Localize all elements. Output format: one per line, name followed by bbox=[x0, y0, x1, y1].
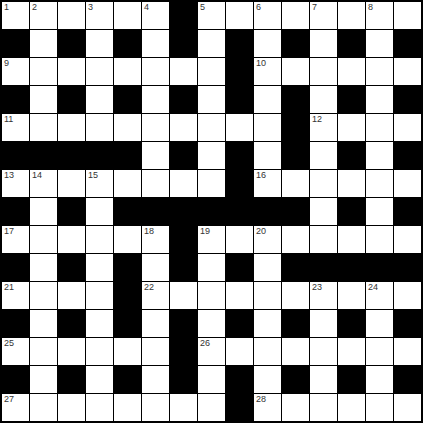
black-cell bbox=[170, 2, 197, 29]
white-cell[interactable] bbox=[310, 58, 337, 85]
black-cell bbox=[2, 254, 29, 281]
clue-number: 16 bbox=[256, 170, 266, 181]
clue-number: 21 bbox=[4, 282, 14, 293]
white-cell[interactable]: 10 bbox=[254, 58, 281, 85]
white-cell[interactable] bbox=[114, 58, 141, 85]
white-cell[interactable] bbox=[86, 58, 113, 85]
black-cell bbox=[58, 86, 85, 113]
crossword-grid: 1234567891011121314151617181920212223242… bbox=[2, 2, 421, 421]
white-cell[interactable]: 28 bbox=[254, 394, 281, 421]
clue-number: 22 bbox=[144, 282, 154, 293]
white-cell[interactable] bbox=[394, 58, 421, 85]
white-cell[interactable] bbox=[86, 114, 113, 141]
white-cell[interactable] bbox=[282, 2, 309, 29]
white-cell[interactable] bbox=[310, 338, 337, 365]
black-cell bbox=[2, 310, 29, 337]
white-cell[interactable] bbox=[394, 170, 421, 197]
white-cell[interactable] bbox=[142, 254, 169, 281]
white-cell[interactable] bbox=[58, 282, 85, 309]
white-cell[interactable] bbox=[254, 310, 281, 337]
clue-number: 5 bbox=[200, 2, 205, 13]
black-cell bbox=[226, 366, 253, 393]
clue-number: 26 bbox=[200, 338, 210, 349]
white-cell[interactable] bbox=[394, 394, 421, 421]
white-cell[interactable] bbox=[310, 394, 337, 421]
clue-number: 24 bbox=[368, 282, 378, 293]
black-cell bbox=[338, 198, 365, 225]
white-cell[interactable] bbox=[142, 394, 169, 421]
black-cell bbox=[58, 30, 85, 57]
white-cell[interactable] bbox=[366, 86, 393, 113]
clue-number: 18 bbox=[144, 226, 154, 237]
clue-number: 4 bbox=[144, 2, 149, 13]
black-cell bbox=[170, 366, 197, 393]
white-cell[interactable] bbox=[114, 226, 141, 253]
white-cell[interactable] bbox=[366, 170, 393, 197]
white-cell[interactable] bbox=[30, 226, 57, 253]
white-cell[interactable] bbox=[30, 310, 57, 337]
white-cell[interactable] bbox=[170, 114, 197, 141]
white-cell[interactable] bbox=[198, 366, 225, 393]
clue-number: 9 bbox=[4, 58, 9, 69]
white-cell[interactable] bbox=[282, 170, 309, 197]
clue-number: 12 bbox=[312, 114, 322, 125]
white-cell[interactable] bbox=[86, 338, 113, 365]
white-cell[interactable]: 15 bbox=[86, 170, 113, 197]
black-cell bbox=[114, 310, 141, 337]
white-cell[interactable] bbox=[114, 170, 141, 197]
white-cell[interactable]: 24 bbox=[366, 282, 393, 309]
black-cell bbox=[338, 366, 365, 393]
white-cell[interactable] bbox=[142, 170, 169, 197]
white-cell[interactable] bbox=[254, 86, 281, 113]
white-cell[interactable] bbox=[338, 338, 365, 365]
black-cell bbox=[226, 310, 253, 337]
black-cell bbox=[310, 254, 337, 281]
white-cell[interactable] bbox=[366, 198, 393, 225]
black-cell bbox=[58, 142, 85, 169]
white-cell[interactable] bbox=[366, 394, 393, 421]
white-cell[interactable] bbox=[226, 114, 253, 141]
black-cell bbox=[2, 198, 29, 225]
black-cell bbox=[170, 142, 197, 169]
white-cell[interactable] bbox=[30, 198, 57, 225]
white-cell[interactable] bbox=[170, 170, 197, 197]
white-cell[interactable]: 27 bbox=[2, 394, 29, 421]
black-cell bbox=[282, 114, 309, 141]
clue-number: 28 bbox=[256, 394, 266, 405]
white-cell[interactable]: 3 bbox=[86, 2, 113, 29]
white-cell[interactable] bbox=[58, 170, 85, 197]
black-cell bbox=[338, 310, 365, 337]
black-cell bbox=[2, 366, 29, 393]
white-cell[interactable] bbox=[58, 226, 85, 253]
white-cell[interactable]: 12 bbox=[310, 114, 337, 141]
white-cell[interactable]: 11 bbox=[2, 114, 29, 141]
black-cell bbox=[394, 198, 421, 225]
black-cell bbox=[170, 30, 197, 57]
black-cell bbox=[394, 310, 421, 337]
white-cell[interactable] bbox=[338, 282, 365, 309]
clue-number: 10 bbox=[256, 58, 266, 69]
white-cell[interactable] bbox=[30, 366, 57, 393]
black-cell bbox=[114, 282, 141, 309]
black-cell bbox=[170, 86, 197, 113]
white-cell[interactable] bbox=[282, 338, 309, 365]
white-cell[interactable] bbox=[142, 338, 169, 365]
white-cell[interactable] bbox=[142, 58, 169, 85]
clue-number: 3 bbox=[88, 2, 93, 13]
white-cell[interactable] bbox=[30, 58, 57, 85]
black-cell bbox=[282, 30, 309, 57]
clue-number: 6 bbox=[256, 2, 261, 13]
white-cell[interactable] bbox=[338, 58, 365, 85]
white-cell[interactable] bbox=[254, 282, 281, 309]
white-cell[interactable]: 19 bbox=[198, 226, 225, 253]
white-cell[interactable] bbox=[226, 226, 253, 253]
black-cell bbox=[114, 142, 141, 169]
clue-number: 25 bbox=[4, 338, 14, 349]
black-cell bbox=[2, 86, 29, 113]
black-cell bbox=[114, 30, 141, 57]
black-cell bbox=[394, 142, 421, 169]
white-cell[interactable] bbox=[58, 58, 85, 85]
white-cell[interactable] bbox=[86, 86, 113, 113]
white-cell[interactable] bbox=[142, 142, 169, 169]
white-cell[interactable] bbox=[142, 30, 169, 57]
white-cell[interactable] bbox=[30, 282, 57, 309]
white-cell[interactable]: 14 bbox=[30, 170, 57, 197]
white-cell[interactable]: 2 bbox=[30, 2, 57, 29]
black-cell bbox=[366, 254, 393, 281]
black-cell bbox=[170, 254, 197, 281]
black-cell bbox=[226, 58, 253, 85]
white-cell[interactable] bbox=[198, 114, 225, 141]
white-cell[interactable] bbox=[282, 394, 309, 421]
black-cell bbox=[282, 142, 309, 169]
black-cell bbox=[282, 366, 309, 393]
white-cell[interactable]: 6 bbox=[254, 2, 281, 29]
black-cell bbox=[2, 30, 29, 57]
white-cell[interactable] bbox=[170, 58, 197, 85]
clue-number: 11 bbox=[4, 114, 13, 125]
white-cell[interactable]: 18 bbox=[142, 226, 169, 253]
white-cell[interactable] bbox=[366, 310, 393, 337]
black-cell bbox=[394, 30, 421, 57]
white-cell[interactable]: 8 bbox=[366, 2, 393, 29]
black-cell bbox=[394, 86, 421, 113]
white-cell[interactable] bbox=[254, 142, 281, 169]
black-cell bbox=[142, 198, 169, 225]
white-cell[interactable] bbox=[114, 394, 141, 421]
white-cell[interactable] bbox=[366, 58, 393, 85]
black-cell bbox=[114, 86, 141, 113]
black-cell bbox=[58, 366, 85, 393]
black-cell bbox=[170, 198, 197, 225]
black-cell bbox=[226, 142, 253, 169]
white-cell[interactable] bbox=[310, 170, 337, 197]
black-cell bbox=[226, 170, 253, 197]
black-cell bbox=[58, 254, 85, 281]
white-cell[interactable] bbox=[198, 282, 225, 309]
white-cell[interactable] bbox=[310, 30, 337, 57]
white-cell[interactable] bbox=[366, 114, 393, 141]
black-cell bbox=[338, 86, 365, 113]
white-cell[interactable] bbox=[226, 2, 253, 29]
white-cell[interactable] bbox=[254, 30, 281, 57]
black-cell bbox=[226, 30, 253, 57]
white-cell[interactable] bbox=[58, 338, 85, 365]
white-cell[interactable]: 21 bbox=[2, 282, 29, 309]
white-cell[interactable]: 5 bbox=[198, 2, 225, 29]
black-cell bbox=[226, 254, 253, 281]
white-cell[interactable] bbox=[114, 338, 141, 365]
clue-number: 8 bbox=[368, 2, 373, 13]
white-cell[interactable] bbox=[226, 338, 253, 365]
white-cell[interactable] bbox=[226, 282, 253, 309]
white-cell[interactable] bbox=[254, 254, 281, 281]
white-cell[interactable] bbox=[86, 226, 113, 253]
black-cell bbox=[86, 142, 113, 169]
black-cell bbox=[282, 86, 309, 113]
white-cell[interactable] bbox=[394, 338, 421, 365]
white-cell[interactable] bbox=[282, 226, 309, 253]
white-cell[interactable]: 4 bbox=[142, 2, 169, 29]
white-cell[interactable] bbox=[310, 226, 337, 253]
white-cell[interactable] bbox=[310, 198, 337, 225]
white-cell[interactable] bbox=[198, 30, 225, 57]
white-cell[interactable] bbox=[310, 310, 337, 337]
clue-number: 2 bbox=[32, 2, 37, 13]
white-cell[interactable] bbox=[58, 2, 85, 29]
white-cell[interactable] bbox=[86, 394, 113, 421]
white-cell[interactable] bbox=[114, 2, 141, 29]
black-cell bbox=[30, 142, 57, 169]
clue-number: 17 bbox=[4, 226, 14, 237]
white-cell[interactable] bbox=[254, 114, 281, 141]
white-cell[interactable] bbox=[366, 142, 393, 169]
white-cell[interactable] bbox=[86, 30, 113, 57]
black-cell bbox=[282, 310, 309, 337]
clue-number: 13 bbox=[4, 170, 14, 181]
clue-number: 23 bbox=[312, 282, 322, 293]
white-cell[interactable] bbox=[86, 282, 113, 309]
black-cell bbox=[170, 226, 197, 253]
white-cell[interactable] bbox=[394, 226, 421, 253]
white-cell[interactable] bbox=[198, 394, 225, 421]
white-cell[interactable] bbox=[30, 394, 57, 421]
black-cell bbox=[282, 254, 309, 281]
black-cell bbox=[170, 310, 197, 337]
white-cell[interactable] bbox=[198, 170, 225, 197]
white-cell[interactable] bbox=[30, 338, 57, 365]
white-cell[interactable] bbox=[198, 254, 225, 281]
black-cell bbox=[254, 198, 281, 225]
white-cell[interactable] bbox=[310, 366, 337, 393]
white-cell[interactable] bbox=[394, 2, 421, 29]
white-cell[interactable] bbox=[366, 366, 393, 393]
white-cell[interactable] bbox=[86, 310, 113, 337]
white-cell[interactable] bbox=[142, 366, 169, 393]
white-cell[interactable] bbox=[254, 366, 281, 393]
black-cell bbox=[226, 86, 253, 113]
clue-number: 20 bbox=[256, 226, 266, 237]
clue-number: 19 bbox=[200, 226, 210, 237]
black-cell bbox=[226, 198, 253, 225]
white-cell[interactable] bbox=[198, 142, 225, 169]
white-cell[interactable] bbox=[394, 282, 421, 309]
white-cell[interactable] bbox=[142, 86, 169, 113]
white-cell[interactable] bbox=[254, 338, 281, 365]
white-cell[interactable]: 9 bbox=[2, 58, 29, 85]
white-cell[interactable] bbox=[366, 338, 393, 365]
white-cell[interactable]: 16 bbox=[254, 170, 281, 197]
crossword-board: 1234567891011121314151617181920212223242… bbox=[0, 0, 423, 423]
white-cell[interactable] bbox=[338, 2, 365, 29]
white-cell[interactable] bbox=[142, 310, 169, 337]
white-cell[interactable] bbox=[394, 114, 421, 141]
clue-number: 15 bbox=[88, 170, 98, 181]
black-cell bbox=[2, 142, 29, 169]
black-cell bbox=[338, 30, 365, 57]
white-cell[interactable] bbox=[198, 86, 225, 113]
white-cell[interactable] bbox=[310, 142, 337, 169]
black-cell bbox=[114, 198, 141, 225]
clue-number: 7 bbox=[312, 2, 317, 13]
white-cell[interactable]: 23 bbox=[310, 282, 337, 309]
white-cell[interactable] bbox=[338, 170, 365, 197]
white-cell[interactable] bbox=[58, 114, 85, 141]
white-cell[interactable]: 7 bbox=[310, 2, 337, 29]
black-cell bbox=[226, 394, 253, 421]
white-cell[interactable]: 1 bbox=[2, 2, 29, 29]
white-cell[interactable] bbox=[86, 198, 113, 225]
white-cell[interactable] bbox=[114, 114, 141, 141]
white-cell[interactable] bbox=[366, 30, 393, 57]
white-cell[interactable] bbox=[282, 58, 309, 85]
black-cell bbox=[338, 142, 365, 169]
white-cell[interactable]: 22 bbox=[142, 282, 169, 309]
white-cell[interactable] bbox=[58, 394, 85, 421]
black-cell bbox=[170, 338, 197, 365]
white-cell[interactable]: 17 bbox=[2, 226, 29, 253]
white-cell[interactable] bbox=[86, 254, 113, 281]
white-cell[interactable]: 13 bbox=[2, 170, 29, 197]
white-cell[interactable]: 25 bbox=[2, 338, 29, 365]
clue-number: 1 bbox=[4, 2, 9, 13]
white-cell[interactable] bbox=[198, 310, 225, 337]
white-cell[interactable] bbox=[170, 282, 197, 309]
black-cell bbox=[114, 254, 141, 281]
white-cell[interactable] bbox=[310, 86, 337, 113]
white-cell[interactable] bbox=[338, 226, 365, 253]
black-cell bbox=[394, 254, 421, 281]
white-cell[interactable] bbox=[30, 114, 57, 141]
white-cell[interactable] bbox=[30, 254, 57, 281]
white-cell[interactable] bbox=[30, 30, 57, 57]
white-cell[interactable] bbox=[86, 366, 113, 393]
black-cell bbox=[282, 198, 309, 225]
white-cell[interactable] bbox=[282, 282, 309, 309]
white-cell[interactable] bbox=[338, 114, 365, 141]
black-cell bbox=[338, 254, 365, 281]
black-cell bbox=[58, 198, 85, 225]
black-cell bbox=[394, 366, 421, 393]
clue-number: 27 bbox=[4, 394, 14, 405]
white-cell[interactable] bbox=[338, 394, 365, 421]
white-cell[interactable]: 20 bbox=[254, 226, 281, 253]
white-cell[interactable] bbox=[366, 226, 393, 253]
white-cell[interactable] bbox=[170, 394, 197, 421]
white-cell[interactable] bbox=[30, 86, 57, 113]
white-cell[interactable]: 26 bbox=[198, 338, 225, 365]
black-cell bbox=[114, 366, 141, 393]
white-cell[interactable] bbox=[198, 58, 225, 85]
black-cell bbox=[58, 310, 85, 337]
white-cell[interactable] bbox=[142, 114, 169, 141]
clue-number: 14 bbox=[32, 170, 42, 181]
black-cell bbox=[198, 198, 225, 225]
